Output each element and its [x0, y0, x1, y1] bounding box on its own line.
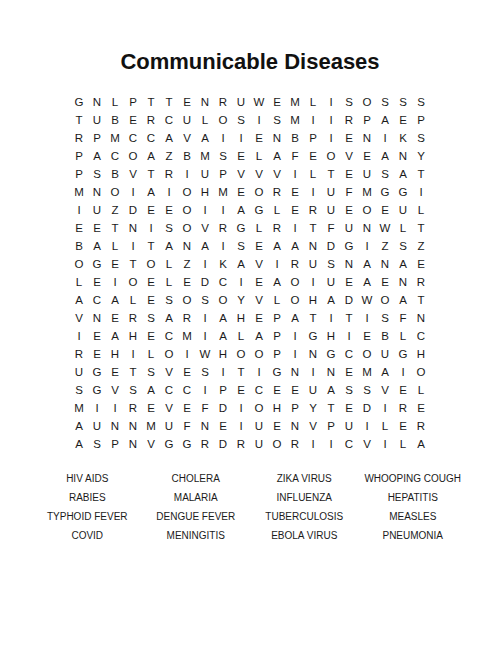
grid-cell-r4c14[interactable]: E [304, 148, 322, 166]
grid-cell-r3c6[interactable]: A [160, 130, 178, 148]
grid-cell-r11c2[interactable]: E [88, 274, 106, 292]
grid-cell-r4c1[interactable]: P [70, 148, 88, 166]
grid-cell-r11c17[interactable]: A [358, 274, 376, 292]
grid-cell-r10c17[interactable]: A [358, 256, 376, 274]
grid-cell-r20c15[interactable]: I [322, 436, 340, 454]
grid-cell-r15c8[interactable]: W [196, 346, 214, 364]
grid-cell-r2c2[interactable]: U [88, 112, 106, 130]
grid-cell-r3c18[interactable]: I [376, 130, 394, 148]
grid-cell-r18c8[interactable]: F [196, 400, 214, 418]
grid-cell-r16c12[interactable]: G [268, 364, 286, 382]
grid-cell-r1c5[interactable]: T [142, 94, 160, 112]
grid-cell-r4c2[interactable]: A [88, 148, 106, 166]
grid-cell-r16c14[interactable]: I [304, 364, 322, 382]
grid-cell-r7c17[interactable]: O [358, 202, 376, 220]
grid-cell-r11c1[interactable]: L [70, 274, 88, 292]
grid-cell-r20c5[interactable]: V [142, 436, 160, 454]
grid-cell-r18c9[interactable]: D [214, 400, 232, 418]
grid-cell-r11c6[interactable]: L [160, 274, 178, 292]
grid-cell-r7c8[interactable]: I [196, 202, 214, 220]
grid-cell-r12c1[interactable]: A [70, 292, 88, 310]
grid-cell-r1c20[interactable]: S [412, 94, 430, 112]
grid-cell-r6c14[interactable]: I [304, 184, 322, 202]
grid-cell-r12c16[interactable]: D [340, 292, 358, 310]
grid-cell-r4c3[interactable]: C [106, 148, 124, 166]
grid-cell-r3c8[interactable]: A [196, 130, 214, 148]
grid-cell-r20c4[interactable]: N [124, 436, 142, 454]
grid-cell-r19c2[interactable]: U [88, 418, 106, 436]
grid-cell-r2c10[interactable]: S [232, 112, 250, 130]
grid-cell-r19c11[interactable]: U [250, 418, 268, 436]
grid-cell-r17c1[interactable]: S [70, 382, 88, 400]
grid-cell-r12c18[interactable]: O [376, 292, 394, 310]
grid-cell-r4c10[interactable]: E [232, 148, 250, 166]
grid-cell-r9c13[interactable]: A [286, 238, 304, 256]
grid-cell-r2c3[interactable]: B [106, 112, 124, 130]
grid-cell-r11c9[interactable]: C [214, 274, 232, 292]
grid-cell-r12c3[interactable]: A [106, 292, 124, 310]
grid-cell-r15c1[interactable]: R [70, 346, 88, 364]
grid-cell-r13c19[interactable]: F [394, 310, 412, 328]
grid-cell-r18c10[interactable]: I [232, 400, 250, 418]
grid-cell-r9c10[interactable]: S [232, 238, 250, 256]
grid-cell-r2c20[interactable]: P [412, 112, 430, 130]
grid-cell-r9c7[interactable]: N [178, 238, 196, 256]
grid-cell-r3c17[interactable]: N [358, 130, 376, 148]
grid-cell-r18c17[interactable]: D [358, 400, 376, 418]
grid-cell-r4c9[interactable]: S [214, 148, 232, 166]
grid-cell-r2c6[interactable]: C [160, 112, 178, 130]
grid-cell-r5c1[interactable]: P [70, 166, 88, 184]
grid-cell-r10c1[interactable]: O [70, 256, 88, 274]
grid-cell-r5c11[interactable]: V [250, 166, 268, 184]
grid-cell-r17c18[interactable]: V [376, 382, 394, 400]
grid-cell-r12c15[interactable]: A [322, 292, 340, 310]
grid-cell-r13c10[interactable]: H [232, 310, 250, 328]
grid-cell-r15c19[interactable]: G [394, 346, 412, 364]
grid-cell-r7c20[interactable]: L [412, 202, 430, 220]
grid-cell-r11c18[interactable]: E [376, 274, 394, 292]
grid-cell-r1c2[interactable]: N [88, 94, 106, 112]
grid-cell-r2c12[interactable]: S [268, 112, 286, 130]
grid-cell-r16c5[interactable]: S [142, 364, 160, 382]
grid-cell-r14c1[interactable]: I [70, 328, 88, 346]
grid-cell-r19c13[interactable]: N [286, 418, 304, 436]
grid-cell-r8c19[interactable]: L [394, 220, 412, 238]
grid-cell-r2c1[interactable]: T [70, 112, 88, 130]
grid-cell-r17c14[interactable]: U [304, 382, 322, 400]
grid-cell-r18c19[interactable]: R [394, 400, 412, 418]
grid-cell-r20c9[interactable]: D [214, 436, 232, 454]
grid-cell-r5c15[interactable]: T [322, 166, 340, 184]
grid-cell-r14c15[interactable]: H [322, 328, 340, 346]
grid-cell-r14c17[interactable]: E [358, 328, 376, 346]
grid-cell-r15c7[interactable]: I [178, 346, 196, 364]
grid-cell-r16c8[interactable]: S [196, 364, 214, 382]
grid-cell-r20c13[interactable]: R [286, 436, 304, 454]
grid-cell-r4c20[interactable]: Y [412, 148, 430, 166]
grid-cell-r6c7[interactable]: O [178, 184, 196, 202]
grid-cell-r20c12[interactable]: O [268, 436, 286, 454]
grid-cell-r10c14[interactable]: U [304, 256, 322, 274]
grid-cell-r8c14[interactable]: T [304, 220, 322, 238]
grid-cell-r5c13[interactable]: I [286, 166, 304, 184]
grid-cell-r9c20[interactable]: Z [412, 238, 430, 256]
grid-cell-r11c16[interactable]: E [340, 274, 358, 292]
grid-cell-r9c15[interactable]: D [322, 238, 340, 256]
grid-cell-r17c8[interactable]: I [196, 382, 214, 400]
grid-cell-r13c5[interactable]: S [142, 310, 160, 328]
grid-cell-r17c4[interactable]: S [124, 382, 142, 400]
grid-cell-r16c3[interactable]: E [106, 364, 124, 382]
grid-cell-r6c20[interactable]: I [412, 184, 430, 202]
grid-cell-r8c3[interactable]: T [106, 220, 124, 238]
grid-cell-r19c15[interactable]: P [322, 418, 340, 436]
grid-cell-r17c11[interactable]: C [250, 382, 268, 400]
grid-cell-r11c4[interactable]: O [124, 274, 142, 292]
grid-cell-r18c2[interactable]: I [88, 400, 106, 418]
grid-cell-r8c5[interactable]: I [142, 220, 160, 238]
grid-cell-r13c15[interactable]: I [322, 310, 340, 328]
grid-cell-r4c18[interactable]: A [376, 148, 394, 166]
grid-cell-r9c1[interactable]: B [70, 238, 88, 256]
grid-cell-r7c6[interactable]: E [160, 202, 178, 220]
grid-cell-r12c14[interactable]: H [304, 292, 322, 310]
grid-cell-r10c18[interactable]: N [376, 256, 394, 274]
grid-cell-r1c4[interactable]: P [124, 94, 142, 112]
grid-cell-r1c3[interactable]: L [106, 94, 124, 112]
grid-cell-r3c3[interactable]: M [106, 130, 124, 148]
grid-cell-r18c6[interactable]: V [160, 400, 178, 418]
grid-cell-r5c12[interactable]: V [268, 166, 286, 184]
grid-cell-r6c9[interactable]: M [214, 184, 232, 202]
grid-cell-r17c16[interactable]: S [340, 382, 358, 400]
grid-cell-r20c7[interactable]: G [178, 436, 196, 454]
grid-cell-r15c3[interactable]: H [106, 346, 124, 364]
grid-cell-r1c14[interactable]: L [304, 94, 322, 112]
grid-cell-r2c19[interactable]: E [394, 112, 412, 130]
grid-cell-r5c10[interactable]: V [232, 166, 250, 184]
grid-cell-r16c18[interactable]: A [376, 364, 394, 382]
grid-cell-r18c1[interactable]: M [70, 400, 88, 418]
grid-cell-r11c11[interactable]: E [250, 274, 268, 292]
grid-cell-r11c13[interactable]: O [286, 274, 304, 292]
grid-cell-r9c9[interactable]: I [214, 238, 232, 256]
grid-cell-r12c4[interactable]: L [124, 292, 142, 310]
grid-cell-r2c8[interactable]: L [196, 112, 214, 130]
grid-cell-r4c15[interactable]: O [322, 148, 340, 166]
grid-cell-r7c18[interactable]: E [376, 202, 394, 220]
grid-cell-r15c11[interactable]: O [250, 346, 268, 364]
grid-cell-r19c17[interactable]: I [358, 418, 376, 436]
grid-cell-r1c1[interactable]: G [70, 94, 88, 112]
grid-cell-r14c14[interactable]: G [304, 328, 322, 346]
grid-cell-r8c7[interactable]: O [178, 220, 196, 238]
grid-cell-r4c7[interactable]: B [178, 148, 196, 166]
grid-cell-r1c7[interactable]: E [178, 94, 196, 112]
grid-cell-r17c17[interactable]: S [358, 382, 376, 400]
grid-cell-r6c1[interactable]: M [70, 184, 88, 202]
grid-cell-r9c3[interactable]: L [106, 238, 124, 256]
grid-cell-r17c20[interactable]: L [412, 382, 430, 400]
grid-cell-r13c12[interactable]: P [268, 310, 286, 328]
grid-cell-r10c5[interactable]: O [142, 256, 160, 274]
grid-cell-r7c2[interactable]: U [88, 202, 106, 220]
grid-cell-r7c5[interactable]: E [142, 202, 160, 220]
grid-cell-r16c6[interactable]: V [160, 364, 178, 382]
grid-cell-r14c19[interactable]: L [394, 328, 412, 346]
grid-cell-r16c10[interactable]: T [232, 364, 250, 382]
grid-cell-r9c6[interactable]: A [160, 238, 178, 256]
grid-cell-r12c17[interactable]: W [358, 292, 376, 310]
grid-cell-r3c9[interactable]: I [214, 130, 232, 148]
grid-cell-r20c17[interactable]: V [358, 436, 376, 454]
grid-cell-r9c11[interactable]: E [250, 238, 268, 256]
grid-cell-r13c17[interactable]: I [358, 310, 376, 328]
grid-cell-r8c15[interactable]: F [322, 220, 340, 238]
grid-cell-r16c11[interactable]: I [250, 364, 268, 382]
grid-cell-r12c13[interactable]: O [286, 292, 304, 310]
grid-cell-r12c11[interactable]: V [250, 292, 268, 310]
grid-cell-r11c12[interactable]: A [268, 274, 286, 292]
grid-cell-r20c20[interactable]: A [412, 436, 430, 454]
grid-cell-r13c3[interactable]: E [106, 310, 124, 328]
grid-cell-r15c18[interactable]: U [376, 346, 394, 364]
grid-cell-r9c12[interactable]: A [268, 238, 286, 256]
grid-cell-r15c17[interactable]: O [358, 346, 376, 364]
grid-cell-r1c19[interactable]: S [394, 94, 412, 112]
grid-cell-r6c12[interactable]: R [268, 184, 286, 202]
grid-cell-r2c14[interactable]: I [304, 112, 322, 130]
grid-cell-r18c3[interactable]: I [106, 400, 124, 418]
grid-cell-r7c14[interactable]: R [304, 202, 322, 220]
grid-cell-r14c6[interactable]: C [160, 328, 178, 346]
grid-cell-r1c12[interactable]: E [268, 94, 286, 112]
grid-cell-r13c14[interactable]: T [304, 310, 322, 328]
grid-cell-r10c15[interactable]: S [322, 256, 340, 274]
grid-cell-r4c12[interactable]: A [268, 148, 286, 166]
grid-cell-r19c4[interactable]: N [124, 418, 142, 436]
grid-cell-r19c6[interactable]: U [160, 418, 178, 436]
grid-cell-r15c13[interactable]: I [286, 346, 304, 364]
grid-cell-r2c4[interactable]: E [124, 112, 142, 130]
grid-cell-r12c9[interactable]: O [214, 292, 232, 310]
grid-cell-r13c16[interactable]: T [340, 310, 358, 328]
grid-cell-r8c12[interactable]: R [268, 220, 286, 238]
grid-cell-r6c11[interactable]: O [250, 184, 268, 202]
grid-cell-r18c7[interactable]: E [178, 400, 196, 418]
grid-cell-r19c20[interactable]: R [412, 418, 430, 436]
grid-cell-r10c7[interactable]: Z [178, 256, 196, 274]
grid-cell-r18c14[interactable]: Y [304, 400, 322, 418]
grid-cell-r17c2[interactable]: G [88, 382, 106, 400]
grid-cell-r11c8[interactable]: D [196, 274, 214, 292]
grid-cell-r8c18[interactable]: W [376, 220, 394, 238]
grid-cell-r11c5[interactable]: E [142, 274, 160, 292]
grid-cell-r5c8[interactable]: U [196, 166, 214, 184]
grid-cell-r19c3[interactable]: N [106, 418, 124, 436]
grid-cell-r8c4[interactable]: N [124, 220, 142, 238]
grid-cell-r6c5[interactable]: A [142, 184, 160, 202]
grid-cell-r1c13[interactable]: M [286, 94, 304, 112]
grid-cell-r13c7[interactable]: R [178, 310, 196, 328]
grid-cell-r12c6[interactable]: S [160, 292, 178, 310]
grid-cell-r15c14[interactable]: N [304, 346, 322, 364]
grid-cell-r17c5[interactable]: A [142, 382, 160, 400]
grid-cell-r5c3[interactable]: B [106, 166, 124, 184]
grid-cell-r3c5[interactable]: C [142, 130, 160, 148]
grid-cell-r3c4[interactable]: C [124, 130, 142, 148]
grid-cell-r19c18[interactable]: L [376, 418, 394, 436]
grid-cell-r2c5[interactable]: R [142, 112, 160, 130]
grid-cell-r14c10[interactable]: L [232, 328, 250, 346]
grid-cell-r9c16[interactable]: G [340, 238, 358, 256]
grid-cell-r7c12[interactable]: L [268, 202, 286, 220]
grid-cell-r18c15[interactable]: T [322, 400, 340, 418]
grid-cell-r10c4[interactable]: T [124, 256, 142, 274]
grid-cell-r7c13[interactable]: E [286, 202, 304, 220]
grid-cell-r14c8[interactable]: I [196, 328, 214, 346]
grid-cell-r3c13[interactable]: B [286, 130, 304, 148]
grid-cell-r3c20[interactable]: S [412, 130, 430, 148]
grid-cell-r6c13[interactable]: E [286, 184, 304, 202]
grid-cell-r13c9[interactable]: A [214, 310, 232, 328]
grid-cell-r4c19[interactable]: N [394, 148, 412, 166]
grid-cell-r15c15[interactable]: G [322, 346, 340, 364]
grid-cell-r12c10[interactable]: Y [232, 292, 250, 310]
grid-cell-r1c8[interactable]: N [196, 94, 214, 112]
grid-cell-r8c11[interactable]: L [250, 220, 268, 238]
grid-cell-r8c17[interactable]: N [358, 220, 376, 238]
grid-cell-r13c13[interactable]: A [286, 310, 304, 328]
grid-cell-r18c18[interactable]: I [376, 400, 394, 418]
grid-cell-r1c17[interactable]: O [358, 94, 376, 112]
grid-cell-r2c11[interactable]: I [250, 112, 268, 130]
grid-cell-r20c18[interactable]: I [376, 436, 394, 454]
grid-cell-r3c7[interactable]: V [178, 130, 196, 148]
grid-cell-r9c5[interactable]: T [142, 238, 160, 256]
grid-cell-r13c8[interactable]: I [196, 310, 214, 328]
grid-cell-r14c16[interactable]: I [340, 328, 358, 346]
grid-cell-r19c7[interactable]: F [178, 418, 196, 436]
grid-cell-r7c10[interactable]: A [232, 202, 250, 220]
grid-cell-r5c4[interactable]: V [124, 166, 142, 184]
grid-cell-r16c19[interactable]: I [394, 364, 412, 382]
grid-cell-r3c14[interactable]: P [304, 130, 322, 148]
grid-cell-r16c20[interactable]: O [412, 364, 430, 382]
grid-cell-r1c11[interactable]: W [250, 94, 268, 112]
grid-cell-r1c10[interactable]: U [232, 94, 250, 112]
grid-cell-r19c14[interactable]: V [304, 418, 322, 436]
grid-cell-r14c9[interactable]: A [214, 328, 232, 346]
grid-cell-r9c2[interactable]: A [88, 238, 106, 256]
grid-cell-r3c10[interactable]: I [232, 130, 250, 148]
grid-cell-r10c11[interactable]: V [250, 256, 268, 274]
grid-cell-r10c8[interactable]: I [196, 256, 214, 274]
grid-cell-r12c2[interactable]: C [88, 292, 106, 310]
grid-cell-r1c16[interactable]: S [340, 94, 358, 112]
grid-cell-r2c18[interactable]: A [376, 112, 394, 130]
grid-cell-r15c9[interactable]: H [214, 346, 232, 364]
grid-cell-r6c19[interactable]: G [394, 184, 412, 202]
grid-cell-r18c11[interactable]: O [250, 400, 268, 418]
grid-cell-r8c13[interactable]: I [286, 220, 304, 238]
grid-cell-r3c2[interactable]: P [88, 130, 106, 148]
grid-cell-r10c13[interactable]: R [286, 256, 304, 274]
grid-cell-r9c8[interactable]: A [196, 238, 214, 256]
grid-cell-r8c9[interactable]: R [214, 220, 232, 238]
grid-cell-r6c10[interactable]: E [232, 184, 250, 202]
grid-cell-r7c4[interactable]: D [124, 202, 142, 220]
grid-cell-r11c20[interactable]: R [412, 274, 430, 292]
grid-cell-r11c14[interactable]: I [304, 274, 322, 292]
grid-cell-r15c16[interactable]: C [340, 346, 358, 364]
grid-cell-r17c19[interactable]: E [394, 382, 412, 400]
grid-cell-r10c12[interactable]: I [268, 256, 286, 274]
grid-cell-r4c4[interactable]: O [124, 148, 142, 166]
grid-cell-r9c4[interactable]: I [124, 238, 142, 256]
grid-cell-r4c5[interactable]: A [142, 148, 160, 166]
grid-cell-r7c11[interactable]: G [250, 202, 268, 220]
grid-cell-r14c20[interactable]: C [412, 328, 430, 346]
grid-cell-r15c6[interactable]: O [160, 346, 178, 364]
grid-cell-r17c7[interactable]: C [178, 382, 196, 400]
grid-cell-r10c19[interactable]: A [394, 256, 412, 274]
grid-cell-r14c13[interactable]: I [286, 328, 304, 346]
grid-cell-r4c16[interactable]: V [340, 148, 358, 166]
grid-cell-r5c19[interactable]: A [394, 166, 412, 184]
grid-cell-r17c6[interactable]: C [160, 382, 178, 400]
grid-cell-r15c2[interactable]: E [88, 346, 106, 364]
grid-cell-r14c2[interactable]: E [88, 328, 106, 346]
grid-cell-r20c16[interactable]: C [340, 436, 358, 454]
grid-cell-r16c15[interactable]: N [322, 364, 340, 382]
grid-cell-r13c4[interactable]: R [124, 310, 142, 328]
grid-cell-r6c2[interactable]: N [88, 184, 106, 202]
grid-cell-r18c16[interactable]: E [340, 400, 358, 418]
grid-cell-r15c12[interactable]: P [268, 346, 286, 364]
grid-cell-r19c1[interactable]: A [70, 418, 88, 436]
grid-cell-r14c4[interactable]: H [124, 328, 142, 346]
grid-cell-r6c17[interactable]: M [358, 184, 376, 202]
grid-cell-r20c1[interactable]: A [70, 436, 88, 454]
grid-cell-r5c6[interactable]: R [160, 166, 178, 184]
grid-cell-r19c12[interactable]: E [268, 418, 286, 436]
grid-cell-r12c5[interactable]: E [142, 292, 160, 310]
grid-cell-r16c7[interactable]: E [178, 364, 196, 382]
grid-cell-r10c16[interactable]: N [340, 256, 358, 274]
grid-cell-r18c4[interactable]: R [124, 400, 142, 418]
grid-cell-r8c10[interactable]: G [232, 220, 250, 238]
grid-cell-r12c12[interactable]: L [268, 292, 286, 310]
grid-cell-r14c3[interactable]: A [106, 328, 124, 346]
grid-cell-r2c17[interactable]: P [358, 112, 376, 130]
grid-cell-r3c16[interactable]: E [340, 130, 358, 148]
grid-cell-r16c9[interactable]: I [214, 364, 232, 382]
grid-cell-r5c16[interactable]: E [340, 166, 358, 184]
grid-cell-r5c20[interactable]: T [412, 166, 430, 184]
grid-cell-r6c15[interactable]: U [322, 184, 340, 202]
grid-cell-r3c15[interactable]: I [322, 130, 340, 148]
grid-cell-r17c12[interactable]: E [268, 382, 286, 400]
grid-cell-r1c6[interactable]: T [160, 94, 178, 112]
grid-cell-r20c19[interactable]: L [394, 436, 412, 454]
grid-cell-r20c14[interactable]: I [304, 436, 322, 454]
grid-cell-r19c5[interactable]: M [142, 418, 160, 436]
grid-cell-r2c9[interactable]: O [214, 112, 232, 130]
grid-cell-r8c16[interactable]: U [340, 220, 358, 238]
grid-cell-r8c1[interactable]: E [70, 220, 88, 238]
